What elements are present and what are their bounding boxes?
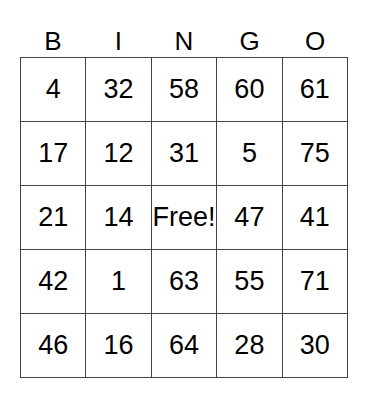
header-letter-o: O: [282, 28, 348, 54]
bingo-cell-r1c4[interactable]: 75: [283, 122, 347, 185]
bingo-cell-r4c3[interactable]: 28: [217, 314, 281, 377]
bingo-cell-r3c0[interactable]: 42: [21, 250, 85, 313]
bingo-header-row: B I N G O: [20, 17, 348, 57]
bingo-cell-r3c4[interactable]: 71: [283, 250, 347, 313]
bingo-cell-r4c4[interactable]: 30: [283, 314, 347, 377]
bingo-card: B I N G O 4325860611712315752114Free!474…: [20, 17, 348, 378]
bingo-cell-r1c2[interactable]: 31: [152, 122, 216, 185]
header-letter-g: G: [217, 28, 283, 54]
bingo-cell-r0c4[interactable]: 61: [283, 58, 347, 121]
bingo-cell-r4c0[interactable]: 46: [21, 314, 85, 377]
bingo-cell-r1c3[interactable]: 5: [217, 122, 281, 185]
bingo-cell-r3c1[interactable]: 1: [86, 250, 150, 313]
bingo-cell-r2c1[interactable]: 14: [86, 186, 150, 249]
header-letter-n: N: [151, 28, 217, 54]
bingo-cell-r4c2[interactable]: 64: [152, 314, 216, 377]
bingo-cell-r4c1[interactable]: 16: [86, 314, 150, 377]
bingo-cell-r0c2[interactable]: 58: [152, 58, 216, 121]
bingo-cell-r1c0[interactable]: 17: [21, 122, 85, 185]
header-letter-i: I: [86, 28, 152, 54]
bingo-cell-r3c2[interactable]: 63: [152, 250, 216, 313]
bingo-cell-r0c0[interactable]: 4: [21, 58, 85, 121]
bingo-cell-free[interactable]: Free!: [152, 186, 216, 249]
bingo-cell-r3c3[interactable]: 55: [217, 250, 281, 313]
bingo-cell-r2c4[interactable]: 41: [283, 186, 347, 249]
header-letter-b: B: [20, 28, 86, 54]
bingo-cell-r1c1[interactable]: 12: [86, 122, 150, 185]
bingo-cell-r2c0[interactable]: 21: [21, 186, 85, 249]
bingo-cell-r2c3[interactable]: 47: [217, 186, 281, 249]
bingo-cell-r0c3[interactable]: 60: [217, 58, 281, 121]
bingo-grid: 4325860611712315752114Free!4741421635571…: [20, 57, 348, 378]
bingo-cell-r0c1[interactable]: 32: [86, 58, 150, 121]
